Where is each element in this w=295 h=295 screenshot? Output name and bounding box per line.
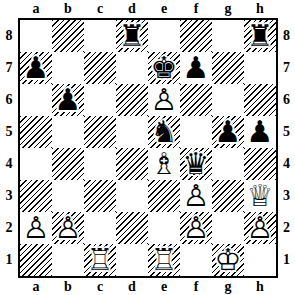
square-e4[interactable]: ♝♗ <box>148 148 180 180</box>
chess-board: ♜♜♜♜♟♟♚♚♟♟♟♟♟♙♞♞♟♟♟♟♝♗♛♛♟♙♛♕♟♙♟♙♟♙♟♙♜♖♜♖… <box>18 18 278 278</box>
square-a5[interactable] <box>20 116 52 148</box>
file-label-g: g <box>212 0 244 18</box>
piece-glyph: ♙ <box>148 84 180 116</box>
file-label-b: b <box>52 278 84 295</box>
square-g2[interactable] <box>212 212 244 244</box>
square-h4[interactable] <box>244 148 276 180</box>
file-labels-top: abcdefgh <box>20 0 276 18</box>
square-f5[interactable] <box>180 116 212 148</box>
rank-labels-right: 87654321 <box>278 20 295 276</box>
square-h1[interactable] <box>244 244 276 276</box>
rank-label-5: 5 <box>278 116 295 148</box>
square-e3[interactable] <box>148 180 180 212</box>
piece-black-king[interactable]: ♚♚ <box>148 52 180 84</box>
piece-glyph: ♖ <box>148 244 180 276</box>
square-d8[interactable]: ♜♜ <box>116 20 148 52</box>
piece-glyph: ♟ <box>20 52 52 84</box>
square-a2[interactable]: ♟♙ <box>20 212 52 244</box>
square-a3[interactable] <box>20 180 52 212</box>
square-g8[interactable] <box>212 20 244 52</box>
square-g7[interactable] <box>212 52 244 84</box>
square-a8[interactable] <box>20 20 52 52</box>
square-a6[interactable] <box>20 84 52 116</box>
square-h6[interactable] <box>244 84 276 116</box>
piece-white-pawn[interactable]: ♟♙ <box>20 212 52 244</box>
piece-black-pawn[interactable]: ♟♟ <box>52 84 84 116</box>
square-b5[interactable] <box>52 116 84 148</box>
piece-glyph: ♞ <box>148 116 180 148</box>
square-d5[interactable] <box>116 116 148 148</box>
square-g6[interactable] <box>212 84 244 116</box>
rank-labels-left: 87654321 <box>0 20 18 276</box>
square-f7[interactable]: ♟♟ <box>180 52 212 84</box>
rank-label-8: 8 <box>0 20 18 52</box>
piece-glyph: ♚ <box>148 52 180 84</box>
piece-white-pawn[interactable]: ♟♙ <box>180 212 212 244</box>
square-c8[interactable] <box>84 20 116 52</box>
square-d1[interactable] <box>116 244 148 276</box>
file-label-b: b <box>52 0 84 18</box>
file-label-c: c <box>84 278 116 295</box>
piece-black-rook[interactable]: ♜♜ <box>244 20 276 52</box>
square-h3[interactable]: ♛♕ <box>244 180 276 212</box>
piece-white-pawn[interactable]: ♟♙ <box>52 212 84 244</box>
square-e7[interactable]: ♚♚ <box>148 52 180 84</box>
rank-label-3: 3 <box>0 180 18 212</box>
rank-label-4: 4 <box>0 148 18 180</box>
rank-label-7: 7 <box>0 52 18 84</box>
piece-glyph: ♟ <box>180 52 212 84</box>
square-b4[interactable] <box>52 148 84 180</box>
square-g1[interactable]: ♚♔ <box>212 244 244 276</box>
square-f6[interactable] <box>180 84 212 116</box>
square-a4[interactable] <box>20 148 52 180</box>
square-h2[interactable]: ♟♙ <box>244 212 276 244</box>
square-h7[interactable] <box>244 52 276 84</box>
piece-black-queen[interactable]: ♛♛ <box>180 148 212 180</box>
square-c3[interactable] <box>84 180 116 212</box>
rank-label-2: 2 <box>0 212 18 244</box>
square-e6[interactable]: ♟♙ <box>148 84 180 116</box>
piece-black-pawn[interactable]: ♟♟ <box>244 116 276 148</box>
file-label-f: f <box>180 0 212 18</box>
piece-white-rook[interactable]: ♜♖ <box>148 244 180 276</box>
rank-label-7: 7 <box>278 52 295 84</box>
piece-glyph: ♟ <box>52 84 84 116</box>
piece-glyph: ♙ <box>180 212 212 244</box>
piece-glyph: ♔ <box>212 244 244 276</box>
file-labels-bottom: abcdefgh <box>20 278 276 295</box>
square-b8[interactable] <box>52 20 84 52</box>
square-b7[interactable] <box>52 52 84 84</box>
square-e5[interactable]: ♞♞ <box>148 116 180 148</box>
piece-glyph: ♜ <box>116 20 148 52</box>
piece-white-king[interactable]: ♚♔ <box>212 244 244 276</box>
square-f4[interactable]: ♛♛ <box>180 148 212 180</box>
file-label-g: g <box>212 278 244 295</box>
square-f3[interactable]: ♟♙ <box>180 180 212 212</box>
square-d6[interactable] <box>116 84 148 116</box>
piece-glyph: ♗ <box>148 148 180 180</box>
rank-label-2: 2 <box>278 212 295 244</box>
square-b2[interactable]: ♟♙ <box>52 212 84 244</box>
piece-glyph: ♜ <box>244 20 276 52</box>
square-d2[interactable] <box>116 212 148 244</box>
piece-white-pawn[interactable]: ♟♙ <box>180 180 212 212</box>
rank-label-6: 6 <box>0 84 18 116</box>
square-f2[interactable]: ♟♙ <box>180 212 212 244</box>
chess-diagram: abcdefgh 87654321 ♜♜♜♜♟♟♚♚♟♟♟♟♟♙♞♞♟♟♟♟♝♗… <box>0 0 295 295</box>
file-label-a: a <box>20 0 52 18</box>
piece-glyph: ♙ <box>20 212 52 244</box>
piece-glyph: ♟ <box>244 116 276 148</box>
square-c5[interactable] <box>84 116 116 148</box>
piece-glyph: ♙ <box>244 212 276 244</box>
rank-label-4: 4 <box>278 148 295 180</box>
square-a7[interactable]: ♟♟ <box>20 52 52 84</box>
square-c1[interactable]: ♜♖ <box>84 244 116 276</box>
square-e8[interactable] <box>148 20 180 52</box>
rank-label-5: 5 <box>0 116 18 148</box>
square-e2[interactable] <box>148 212 180 244</box>
file-label-a: a <box>20 278 52 295</box>
rank-label-8: 8 <box>278 20 295 52</box>
square-c2[interactable] <box>84 212 116 244</box>
square-d4[interactable] <box>116 148 148 180</box>
piece-black-pawn[interactable]: ♟♟ <box>180 52 212 84</box>
square-g5[interactable]: ♟♟ <box>212 116 244 148</box>
rank-label-3: 3 <box>278 180 295 212</box>
square-d7[interactable] <box>116 52 148 84</box>
piece-glyph: ♕ <box>244 180 276 212</box>
square-c7[interactable] <box>84 52 116 84</box>
square-h8[interactable]: ♜♜ <box>244 20 276 52</box>
square-b6[interactable]: ♟♟ <box>52 84 84 116</box>
file-label-e: e <box>148 0 180 18</box>
piece-white-queen[interactable]: ♛♕ <box>244 180 276 212</box>
rank-label-1: 1 <box>278 244 295 276</box>
piece-white-bishop[interactable]: ♝♗ <box>148 148 180 180</box>
rank-label-6: 6 <box>278 84 295 116</box>
file-label-d: d <box>116 278 148 295</box>
square-g4[interactable] <box>212 148 244 180</box>
piece-black-pawn[interactable]: ♟♟ <box>20 52 52 84</box>
file-label-e: e <box>148 278 180 295</box>
file-label-h: h <box>244 0 276 18</box>
piece-black-rook[interactable]: ♜♜ <box>116 20 148 52</box>
piece-black-pawn[interactable]: ♟♟ <box>212 116 244 148</box>
piece-glyph: ♖ <box>84 244 116 276</box>
square-f1[interactable] <box>180 244 212 276</box>
square-b1[interactable] <box>52 244 84 276</box>
square-c4[interactable] <box>84 148 116 180</box>
square-c6[interactable] <box>84 84 116 116</box>
piece-white-rook[interactable]: ♜♖ <box>84 244 116 276</box>
file-label-c: c <box>84 0 116 18</box>
square-e1[interactable]: ♜♖ <box>148 244 180 276</box>
square-b3[interactable] <box>52 180 84 212</box>
piece-glyph: ♟ <box>212 116 244 148</box>
square-a1[interactable] <box>20 244 52 276</box>
file-label-f: f <box>180 278 212 295</box>
square-f8[interactable] <box>180 20 212 52</box>
square-d3[interactable] <box>116 180 148 212</box>
piece-white-pawn[interactable]: ♟♙ <box>148 84 180 116</box>
piece-glyph: ♙ <box>180 180 212 212</box>
rank-label-1: 1 <box>0 244 18 276</box>
square-g3[interactable] <box>212 180 244 212</box>
piece-glyph: ♛ <box>180 148 212 180</box>
file-label-h: h <box>244 278 276 295</box>
piece-glyph: ♙ <box>52 212 84 244</box>
piece-black-knight[interactable]: ♞♞ <box>148 116 180 148</box>
piece-white-pawn[interactable]: ♟♙ <box>244 212 276 244</box>
square-h5[interactable]: ♟♟ <box>244 116 276 148</box>
file-label-d: d <box>116 0 148 18</box>
